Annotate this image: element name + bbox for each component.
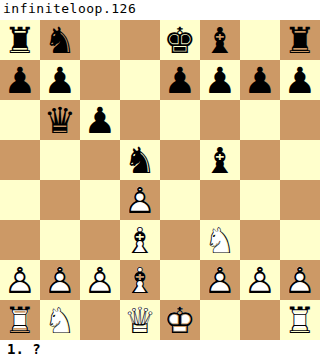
black-pawn-a7[interactable]: ♟ <box>0 60 40 100</box>
white-bishop-d3[interactable]: ♝♗ <box>120 220 160 260</box>
white-piece-outline: ♙ <box>80 260 120 300</box>
square-d3[interactable]: ♝♗ <box>120 220 160 260</box>
black-king-e8[interactable]: ♚ <box>160 20 200 60</box>
square-c5[interactable] <box>80 140 120 180</box>
square-d7[interactable] <box>120 60 160 100</box>
square-h6[interactable] <box>280 100 320 140</box>
white-pawn-d4[interactable]: ♟♙ <box>120 180 160 220</box>
square-a1[interactable]: ♜♖ <box>0 300 40 340</box>
square-b7[interactable]: ♟ <box>40 60 80 100</box>
black-rook-a8[interactable]: ♜ <box>0 20 40 60</box>
square-b8[interactable]: ♞ <box>40 20 80 60</box>
white-piece-outline: ♘ <box>200 220 240 260</box>
black-pawn-b7[interactable]: ♟ <box>40 60 80 100</box>
white-piece-outline: ♔ <box>160 300 200 340</box>
square-b2[interactable]: ♟♙ <box>40 260 80 300</box>
square-e6[interactable] <box>160 100 200 140</box>
square-c8[interactable] <box>80 20 120 60</box>
square-f2[interactable]: ♟♙ <box>200 260 240 300</box>
black-knight-b8[interactable]: ♞ <box>40 20 80 60</box>
square-c2[interactable]: ♟♙ <box>80 260 120 300</box>
white-piece-outline: ♗ <box>120 260 160 300</box>
square-a8[interactable]: ♜ <box>0 20 40 60</box>
square-d5[interactable]: ♞ <box>120 140 160 180</box>
square-a5[interactable] <box>0 140 40 180</box>
square-a7[interactable]: ♟ <box>0 60 40 100</box>
white-piece-outline: ♕ <box>120 300 160 340</box>
square-c3[interactable] <box>80 220 120 260</box>
square-g2[interactable]: ♟♙ <box>240 260 280 300</box>
white-piece-outline: ♘ <box>40 300 80 340</box>
square-f4[interactable] <box>200 180 240 220</box>
square-d2[interactable]: ♝♗ <box>120 260 160 300</box>
white-pawn-b2[interactable]: ♟♙ <box>40 260 80 300</box>
white-rook-h1[interactable]: ♜♖ <box>280 300 320 340</box>
square-f6[interactable] <box>200 100 240 140</box>
black-knight-d5[interactable]: ♞ <box>120 140 160 180</box>
square-h5[interactable] <box>280 140 320 180</box>
square-e7[interactable]: ♟ <box>160 60 200 100</box>
white-knight-f3[interactable]: ♞♘ <box>200 220 240 260</box>
white-piece-outline: ♗ <box>120 220 160 260</box>
square-e3[interactable] <box>160 220 200 260</box>
square-g5[interactable] <box>240 140 280 180</box>
black-rook-h8[interactable]: ♜ <box>280 20 320 60</box>
square-b4[interactable] <box>40 180 80 220</box>
square-d4[interactable]: ♟♙ <box>120 180 160 220</box>
xboard-window: infiniteloop.126 ♜♞♚♝♜♟♟♟♟♟♟♛♟♞♝♟♙♝♗♞♘♟♙… <box>0 0 320 360</box>
white-piece-outline: ♙ <box>0 260 40 300</box>
square-h8[interactable]: ♜ <box>280 20 320 60</box>
chess-board[interactable]: ♜♞♚♝♜♟♟♟♟♟♟♛♟♞♝♟♙♝♗♞♘♟♙♟♙♟♙♝♗♟♙♟♙♟♙♜♖♞♘♛… <box>0 20 320 340</box>
white-pawn-f2[interactable]: ♟♙ <box>200 260 240 300</box>
white-piece-outline: ♙ <box>40 260 80 300</box>
black-bishop-f8[interactable]: ♝ <box>200 20 240 60</box>
square-c6[interactable]: ♟ <box>80 100 120 140</box>
square-g3[interactable] <box>240 220 280 260</box>
white-piece-outline: ♖ <box>280 300 320 340</box>
black-bishop-f5[interactable]: ♝ <box>200 140 240 180</box>
square-b1[interactable]: ♞♘ <box>40 300 80 340</box>
white-pawn-a2[interactable]: ♟♙ <box>0 260 40 300</box>
white-piece-outline: ♙ <box>200 260 240 300</box>
square-e2[interactable] <box>160 260 200 300</box>
white-piece-outline: ♙ <box>240 260 280 300</box>
square-f3[interactable]: ♞♘ <box>200 220 240 260</box>
white-pawn-c2[interactable]: ♟♙ <box>80 260 120 300</box>
square-f7[interactable]: ♟ <box>200 60 240 100</box>
square-b6[interactable]: ♛ <box>40 100 80 140</box>
white-rook-a1[interactable]: ♜♖ <box>0 300 40 340</box>
white-piece-outline: ♙ <box>120 180 160 220</box>
black-pawn-c6[interactable]: ♟ <box>80 100 120 140</box>
square-h4[interactable] <box>280 180 320 220</box>
window-title: infiniteloop.126 <box>0 0 320 20</box>
black-pawn-g7[interactable]: ♟ <box>240 60 280 100</box>
white-pawn-g2[interactable]: ♟♙ <box>240 260 280 300</box>
square-g6[interactable] <box>240 100 280 140</box>
square-g1[interactable] <box>240 300 280 340</box>
square-f5[interactable]: ♝ <box>200 140 240 180</box>
square-c1[interactable] <box>80 300 120 340</box>
white-piece-outline: ♙ <box>280 260 320 300</box>
white-piece-outline: ♖ <box>0 300 40 340</box>
black-pawn-h7[interactable]: ♟ <box>280 60 320 100</box>
square-a6[interactable] <box>0 100 40 140</box>
square-f8[interactable]: ♝ <box>200 20 240 60</box>
square-h7[interactable]: ♟ <box>280 60 320 100</box>
square-e5[interactable] <box>160 140 200 180</box>
square-a3[interactable] <box>0 220 40 260</box>
square-g4[interactable] <box>240 180 280 220</box>
square-d6[interactable] <box>120 100 160 140</box>
black-queen-b6[interactable]: ♛ <box>40 100 80 140</box>
square-h3[interactable] <box>280 220 320 260</box>
square-e1[interactable]: ♚♔ <box>160 300 200 340</box>
black-pawn-f7[interactable]: ♟ <box>200 60 240 100</box>
white-queen-d1[interactable]: ♛♕ <box>120 300 160 340</box>
square-b5[interactable] <box>40 140 80 180</box>
square-e4[interactable] <box>160 180 200 220</box>
square-c7[interactable] <box>80 60 120 100</box>
square-d1[interactable]: ♛♕ <box>120 300 160 340</box>
square-f1[interactable] <box>200 300 240 340</box>
move-prompt: 1. ? <box>0 340 320 360</box>
square-g8[interactable] <box>240 20 280 60</box>
square-a2[interactable]: ♟♙ <box>0 260 40 300</box>
square-b3[interactable] <box>40 220 80 260</box>
square-h1[interactable]: ♜♖ <box>280 300 320 340</box>
square-d8[interactable] <box>120 20 160 60</box>
white-knight-b1[interactable]: ♞♘ <box>40 300 80 340</box>
white-king-e1[interactable]: ♚♔ <box>160 300 200 340</box>
square-h2[interactable]: ♟♙ <box>280 260 320 300</box>
square-c4[interactable] <box>80 180 120 220</box>
white-bishop-d2[interactable]: ♝♗ <box>120 260 160 300</box>
square-e8[interactable]: ♚ <box>160 20 200 60</box>
black-pawn-e7[interactable]: ♟ <box>160 60 200 100</box>
white-pawn-h2[interactable]: ♟♙ <box>280 260 320 300</box>
square-a4[interactable] <box>0 180 40 220</box>
square-g7[interactable]: ♟ <box>240 60 280 100</box>
